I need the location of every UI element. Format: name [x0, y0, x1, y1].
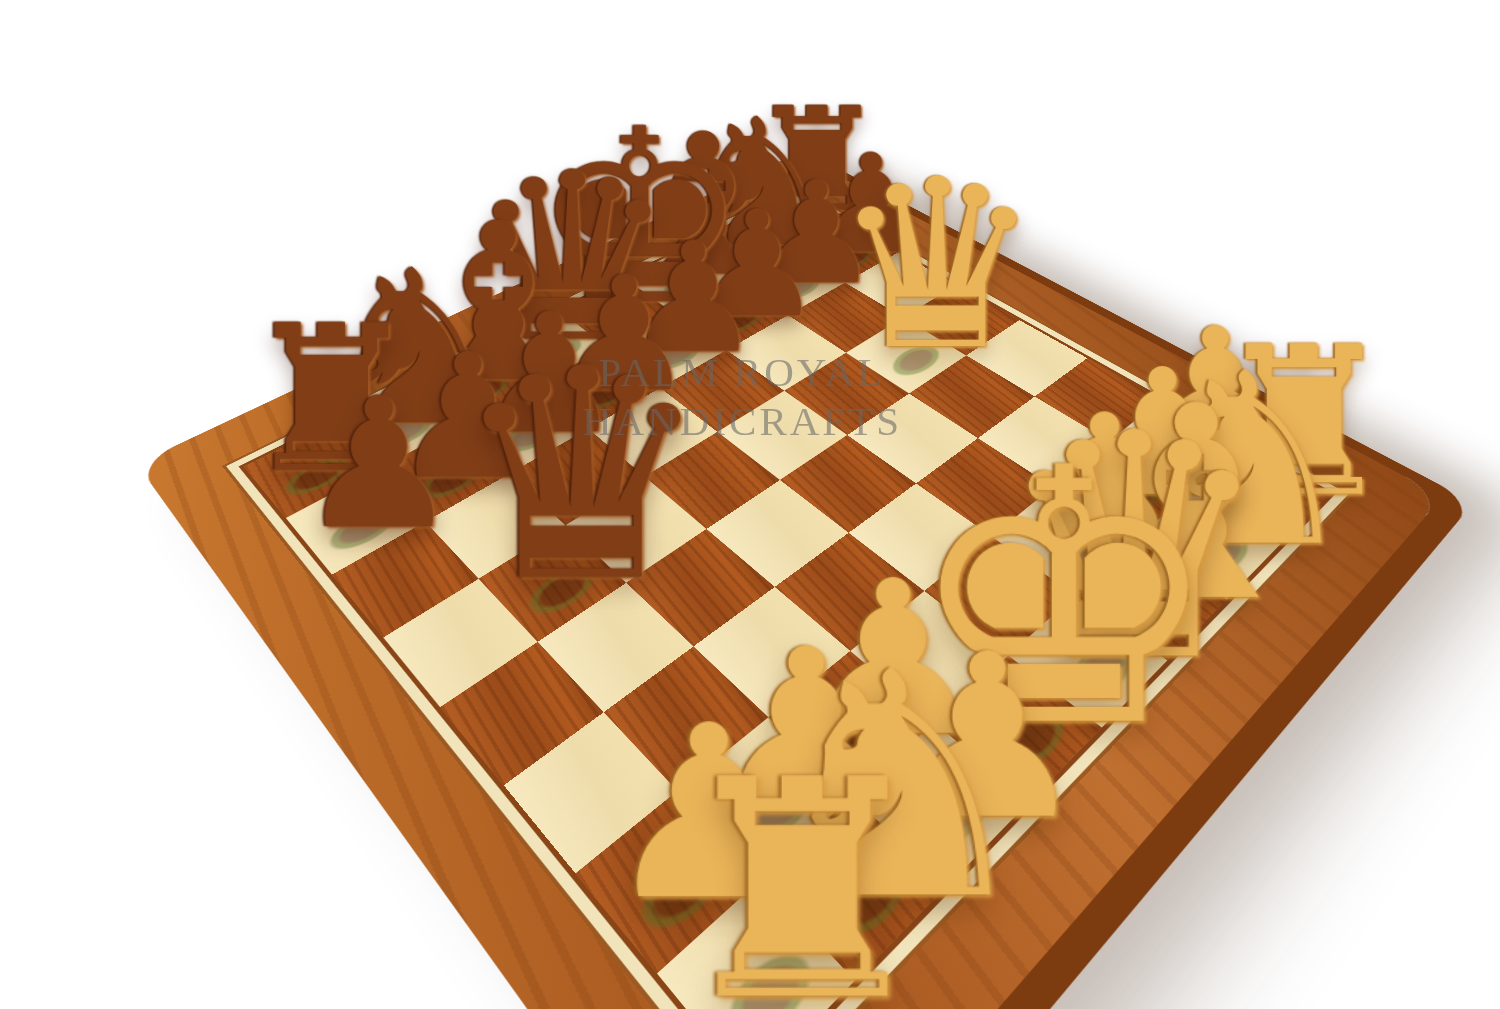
square-a7[interactable]: ♟ — [286, 470, 425, 575]
background: { "game": "chess", "scene": "wooden shee… — [0, 0, 1500, 1009]
square-a1[interactable]: ♜ — [657, 880, 855, 1009]
board-playing-area: ♜♞♝♛♚♝♞♜♟♟♟♟♟♟♟♟♛♛♟♟♟♟♟♟♜♞♟♚♛♝♞♜ — [244, 194, 1330, 1009]
board-scene: ♜♞♝♛♚♝♞♜♟♟♟♟♟♟♟♟♛♛♟♟♟♟♟♟♜♞♟♚♛♝♞♜ — [0, 0, 1500, 1009]
piece-black-p-a7[interactable]: ♟ — [298, 380, 460, 546]
watermark-line2: HANDICRAFTS — [556, 397, 928, 446]
watermark: PALM ROYAL HANDICRAFTS — [556, 348, 928, 446]
watermark-line1: PALM ROYAL — [556, 348, 928, 397]
piece-white-r-a1[interactable]: ♜ — [667, 752, 938, 1009]
piece-white-q-g5[interactable]: ♛ — [832, 158, 1042, 374]
chess-board: ♜♞♝♛♚♝♞♜♟♟♟♟♟♟♟♟♛♛♟♟♟♟♟♟♜♞♟♚♛♝♞♜ — [137, 153, 1443, 1009]
